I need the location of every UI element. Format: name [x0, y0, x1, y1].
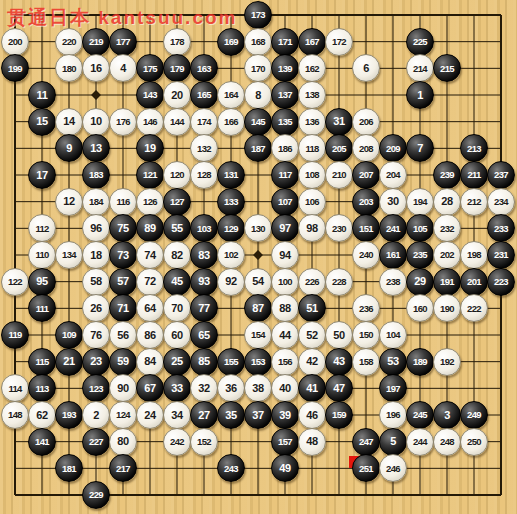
move-number: 107	[278, 197, 292, 207]
move-number: 20	[171, 90, 182, 101]
stone-black-135: 135	[271, 108, 299, 136]
move-number: 129	[224, 224, 238, 234]
stone-white-196: 196	[379, 401, 407, 429]
move-number: 222	[467, 304, 481, 314]
stone-white-178: 178	[163, 28, 191, 56]
move-number: 205	[332, 144, 346, 154]
move-number: 151	[359, 224, 373, 234]
stone-black-85: 85	[190, 348, 218, 376]
move-number: 38	[252, 383, 263, 394]
move-number: 100	[278, 277, 292, 287]
move-number: 239	[440, 170, 454, 180]
stone-black-109: 109	[55, 321, 83, 349]
move-number: 31	[333, 116, 344, 127]
move-number: 223	[494, 277, 508, 287]
stone-black-127: 127	[163, 188, 191, 216]
stone-white-240: 240	[352, 241, 380, 269]
move-number: 208	[359, 144, 373, 154]
stone-white-32: 32	[190, 374, 218, 402]
stone-white-152: 152	[190, 428, 218, 456]
move-number: 207	[359, 170, 373, 180]
stone-black-65: 65	[190, 321, 218, 349]
move-number: 134	[62, 250, 76, 260]
move-number: 57	[117, 276, 128, 287]
stone-white-40: 40	[271, 374, 299, 402]
stone-black-75: 75	[109, 214, 137, 242]
stone-black-157: 157	[271, 428, 299, 456]
move-number: 197	[386, 384, 400, 394]
stone-black-181: 181	[55, 454, 83, 482]
move-number: 209	[386, 144, 400, 154]
move-number: 163	[197, 64, 211, 74]
move-number: 133	[224, 197, 238, 207]
stone-black-213: 213	[460, 134, 488, 162]
move-number: 75	[117, 223, 128, 234]
move-number: 29	[414, 276, 425, 287]
stone-black-15: 15	[28, 108, 56, 136]
stone-white-202: 202	[433, 241, 461, 269]
stone-white-214: 214	[406, 54, 434, 82]
move-number: 168	[251, 37, 265, 47]
move-number: 16	[90, 63, 101, 74]
stone-black-249: 249	[460, 401, 488, 429]
stone-white-48: 48	[298, 428, 326, 456]
move-number: 190	[440, 304, 454, 314]
stone-black-43: 43	[325, 348, 353, 376]
move-number: 227	[89, 437, 103, 447]
move-number: 113	[35, 384, 48, 394]
stone-white-50: 50	[325, 321, 353, 349]
stone-black-7: 7	[406, 134, 434, 162]
move-number: 54	[252, 276, 263, 287]
move-number: 4	[120, 63, 126, 74]
move-number: 150	[359, 330, 373, 340]
move-number: 246	[386, 464, 400, 474]
stone-black-55: 55	[163, 214, 191, 242]
move-number: 241	[386, 224, 400, 234]
go-board[interactable]: 贯通日本 kantsuu.com 17320022021917717816916…	[0, 0, 517, 514]
stone-white-106: 106	[298, 188, 326, 216]
move-number: 49	[279, 463, 290, 474]
move-number: 132	[197, 144, 211, 154]
move-number: 96	[90, 223, 101, 234]
stone-white-122: 122	[1, 268, 29, 296]
stone-white-92: 92	[217, 268, 245, 296]
move-number: 33	[171, 383, 182, 394]
stone-black-167: 167	[298, 28, 326, 56]
stone-black-171: 171	[271, 28, 299, 56]
move-number: 248	[440, 437, 454, 447]
stone-white-124: 124	[109, 401, 137, 429]
stone-black-115: 115	[28, 348, 56, 376]
stone-black-209: 209	[379, 134, 407, 162]
move-number: 172	[332, 37, 346, 47]
stone-white-244: 244	[406, 428, 434, 456]
stone-black-177: 177	[109, 28, 137, 56]
move-number: 120	[170, 170, 184, 180]
stone-black-211: 211	[460, 161, 488, 189]
move-number: 111	[36, 304, 49, 314]
stone-white-246: 246	[379, 454, 407, 482]
move-number: 32	[198, 383, 209, 394]
move-number: 213	[467, 144, 481, 154]
move-number: 40	[279, 383, 290, 394]
stone-white-194: 194	[406, 188, 434, 216]
stone-white-154: 154	[244, 321, 272, 349]
move-number: 153	[251, 357, 265, 367]
move-number: 36	[225, 383, 236, 394]
move-number: 73	[117, 250, 128, 261]
stone-black-17: 17	[28, 161, 56, 189]
stone-black-39: 39	[271, 401, 299, 429]
stone-white-44: 44	[271, 321, 299, 349]
move-number: 92	[225, 276, 236, 287]
stone-black-165: 165	[190, 81, 218, 109]
move-number: 180	[62, 64, 76, 74]
move-number: 231	[494, 250, 508, 260]
stone-white-234: 234	[487, 188, 515, 216]
stone-white-192: 192	[433, 348, 461, 376]
move-number: 192	[440, 357, 454, 367]
move-number: 191	[440, 277, 454, 287]
stone-white-2: 2	[82, 401, 110, 429]
stone-black-41: 41	[298, 374, 326, 402]
move-number: 1	[417, 90, 423, 101]
move-number: 88	[279, 303, 290, 314]
stone-white-230: 230	[325, 214, 353, 242]
move-number: 18	[90, 250, 101, 261]
move-number: 21	[63, 356, 74, 367]
move-number: 226	[305, 277, 319, 287]
stone-black-71: 71	[109, 294, 137, 322]
stone-black-83: 83	[190, 241, 218, 269]
move-number: 112	[35, 224, 48, 234]
move-number: 175	[143, 64, 157, 74]
stone-black-103: 103	[190, 214, 218, 242]
move-number: 173	[251, 10, 265, 20]
move-number: 119	[8, 330, 21, 340]
move-number: 48	[306, 436, 317, 447]
move-number: 94	[279, 250, 290, 261]
move-number: 240	[359, 250, 373, 260]
move-number: 137	[278, 90, 292, 100]
move-number: 159	[332, 410, 346, 420]
stone-black-33: 33	[163, 374, 191, 402]
stone-white-86: 86	[136, 321, 164, 349]
stone-white-220: 220	[55, 28, 83, 56]
stone-black-5: 5	[379, 428, 407, 456]
move-number: 196	[386, 410, 400, 420]
move-number: 251	[359, 464, 373, 474]
stone-black-233: 233	[487, 214, 515, 242]
move-number: 128	[197, 170, 211, 180]
move-number: 170	[251, 64, 265, 74]
stone-black-227: 227	[82, 428, 110, 456]
move-number: 72	[144, 276, 155, 287]
stone-white-112: 112	[28, 214, 56, 242]
move-number: 165	[197, 90, 211, 100]
move-number: 143	[143, 90, 157, 100]
move-number: 59	[117, 356, 128, 367]
move-number: 126	[143, 197, 157, 207]
stone-white-94: 94	[271, 241, 299, 269]
move-number: 8	[255, 90, 261, 101]
move-number: 110	[35, 250, 48, 260]
stone-white-236: 236	[352, 294, 380, 322]
stone-white-52: 52	[298, 321, 326, 349]
move-number: 250	[467, 437, 481, 447]
move-number: 228	[332, 277, 346, 287]
move-number: 131	[224, 170, 238, 180]
move-number: 56	[117, 330, 128, 341]
move-number: 138	[305, 90, 319, 100]
move-number: 13	[90, 143, 101, 154]
stone-white-64: 64	[136, 294, 164, 322]
move-number: 39	[279, 410, 290, 421]
move-number: 245	[413, 410, 427, 420]
stone-black-13: 13	[82, 134, 110, 162]
move-number: 65	[198, 330, 209, 341]
move-number: 189	[413, 357, 427, 367]
stone-black-239: 239	[433, 161, 461, 189]
move-number: 201	[467, 277, 481, 287]
move-number: 122	[8, 277, 22, 287]
move-number: 52	[306, 330, 317, 341]
move-number: 42	[306, 356, 317, 367]
move-number: 155	[224, 357, 238, 367]
move-number: 164	[224, 90, 238, 100]
stone-white-76: 76	[82, 321, 110, 349]
stone-white-14: 14	[55, 108, 83, 136]
stone-black-199: 199	[1, 54, 29, 82]
stone-black-237: 237	[487, 161, 515, 189]
move-number: 135	[278, 117, 292, 127]
move-number: 9	[66, 143, 72, 154]
stone-white-84: 84	[136, 348, 164, 376]
stone-black-191: 191	[433, 268, 461, 296]
stone-white-6: 6	[352, 54, 380, 82]
stone-white-56: 56	[109, 321, 137, 349]
stone-white-174: 174	[190, 108, 218, 136]
stone-white-24: 24	[136, 401, 164, 429]
move-number: 124	[116, 410, 130, 420]
stone-white-138: 138	[298, 81, 326, 109]
move-number: 30	[387, 196, 398, 207]
stone-white-10: 10	[82, 108, 110, 136]
move-number: 179	[170, 64, 184, 74]
stone-black-123: 123	[82, 374, 110, 402]
stone-white-222: 222	[460, 294, 488, 322]
stone-white-162: 162	[298, 54, 326, 82]
move-number: 103	[197, 224, 211, 234]
stone-black-247: 247	[352, 428, 380, 456]
move-number: 104	[386, 330, 400, 340]
stone-black-169: 169	[217, 28, 245, 56]
stone-white-4: 4	[109, 54, 137, 82]
stone-white-190: 190	[433, 294, 461, 322]
move-number: 166	[224, 117, 238, 127]
stone-white-164: 164	[217, 81, 245, 109]
move-number: 121	[143, 170, 157, 180]
stone-black-159: 159	[325, 401, 353, 429]
stone-white-130: 130	[244, 214, 272, 242]
move-number: 184	[89, 197, 103, 207]
move-number: 26	[90, 303, 101, 314]
stone-black-235: 235	[406, 241, 434, 269]
move-number: 3	[444, 410, 450, 421]
stone-white-80: 80	[109, 428, 137, 456]
stone-black-97: 97	[271, 214, 299, 242]
move-number: 5	[390, 436, 396, 447]
move-number: 85	[198, 356, 209, 367]
stone-black-49: 49	[271, 454, 299, 482]
stone-black-77: 77	[190, 294, 218, 322]
stone-white-30: 30	[379, 188, 407, 216]
move-number: 83	[198, 250, 209, 261]
stone-black-35: 35	[217, 401, 245, 429]
stone-white-212: 212	[460, 188, 488, 216]
move-number: 71	[117, 303, 128, 314]
stone-black-111: 111	[28, 294, 56, 322]
stone-white-12: 12	[55, 188, 83, 216]
stone-white-118: 118	[298, 134, 326, 162]
stone-black-133: 133	[217, 188, 245, 216]
stone-white-156: 156	[271, 348, 299, 376]
move-number: 193	[62, 410, 76, 420]
stone-black-19: 19	[136, 134, 164, 162]
stone-white-170: 170	[244, 54, 272, 82]
stone-black-51: 51	[298, 294, 326, 322]
move-number: 41	[306, 383, 317, 394]
move-number: 225	[413, 37, 427, 47]
move-number: 236	[359, 304, 373, 314]
move-number: 144	[170, 117, 184, 127]
move-number: 206	[359, 117, 373, 127]
move-number: 204	[386, 170, 400, 180]
stone-white-198: 198	[460, 241, 488, 269]
stone-black-203: 203	[352, 188, 380, 216]
move-number: 70	[171, 303, 182, 314]
move-number: 152	[197, 437, 211, 447]
stone-white-34: 34	[163, 401, 191, 429]
stone-black-119: 119	[1, 321, 29, 349]
move-number: 47	[333, 383, 344, 394]
stone-black-3: 3	[433, 401, 461, 429]
stone-black-129: 129	[217, 214, 245, 242]
move-number: 194	[413, 197, 427, 207]
stone-black-21: 21	[55, 348, 83, 376]
move-number: 158	[359, 357, 373, 367]
stone-white-126: 126	[136, 188, 164, 216]
move-number: 74	[144, 250, 155, 261]
move-number: 58	[90, 276, 101, 287]
move-number: 76	[90, 330, 101, 341]
move-number: 95	[36, 276, 47, 287]
stone-black-189: 189	[406, 348, 434, 376]
move-number: 247	[359, 437, 373, 447]
stone-white-136: 136	[298, 108, 326, 136]
move-number: 136	[305, 117, 319, 127]
stone-white-18: 18	[82, 241, 110, 269]
stone-black-31: 31	[325, 108, 353, 136]
move-number: 80	[117, 436, 128, 447]
stone-white-148: 148	[1, 401, 29, 429]
stone-black-151: 151	[352, 214, 380, 242]
stone-white-210: 210	[325, 161, 353, 189]
move-number: 10	[90, 116, 101, 127]
move-number: 64	[144, 303, 155, 314]
stone-white-232: 232	[433, 214, 461, 242]
stone-black-27: 27	[190, 401, 218, 429]
move-number: 98	[306, 223, 317, 234]
move-number: 203	[359, 197, 373, 207]
move-number: 117	[278, 170, 291, 180]
move-number: 25	[171, 356, 182, 367]
stone-black-223: 223	[487, 268, 515, 296]
move-number: 60	[171, 330, 182, 341]
stone-black-197: 197	[379, 374, 407, 402]
move-number: 161	[386, 250, 400, 260]
move-number: 169	[224, 37, 238, 47]
stone-white-120: 120	[163, 161, 191, 189]
move-number: 12	[63, 196, 74, 207]
move-number: 84	[144, 356, 155, 367]
move-number: 28	[441, 196, 452, 207]
move-number: 106	[305, 197, 319, 207]
move-number: 237	[494, 170, 508, 180]
move-number: 86	[144, 330, 155, 341]
stone-black-87: 87	[244, 294, 272, 322]
move-number: 62	[36, 410, 47, 421]
move-number: 187	[251, 144, 265, 154]
move-number: 105	[413, 224, 427, 234]
stone-black-205: 205	[325, 134, 353, 162]
stone-white-146: 146	[136, 108, 164, 136]
move-number: 157	[278, 437, 292, 447]
move-number: 34	[171, 410, 182, 421]
stone-black-173: 173	[244, 1, 272, 29]
move-number: 24	[144, 410, 155, 421]
move-number: 82	[171, 250, 182, 261]
stone-black-193: 193	[55, 401, 83, 429]
move-number: 171	[278, 37, 292, 47]
stone-black-93: 93	[190, 268, 218, 296]
move-number: 243	[224, 464, 238, 474]
stone-white-158: 158	[352, 348, 380, 376]
move-number: 215	[440, 64, 454, 74]
move-number: 220	[62, 37, 76, 47]
move-number: 90	[117, 383, 128, 394]
move-number: 146	[143, 117, 157, 127]
move-number: 53	[387, 356, 398, 367]
move-number: 139	[278, 64, 292, 74]
move-number: 6	[363, 63, 369, 74]
stone-white-132: 132	[190, 134, 218, 162]
move-number: 127	[170, 197, 184, 207]
move-number: 162	[305, 64, 319, 74]
stone-black-217: 217	[109, 454, 137, 482]
stone-white-206: 206	[352, 108, 380, 136]
stone-black-143: 143	[136, 81, 164, 109]
stone-black-9: 9	[55, 134, 83, 162]
stone-black-231: 231	[487, 241, 515, 269]
stone-black-145: 145	[244, 108, 272, 136]
move-number: 27	[198, 410, 209, 421]
stone-white-38: 38	[244, 374, 272, 402]
stone-white-134: 134	[55, 241, 83, 269]
stone-black-245: 245	[406, 401, 434, 429]
stone-white-70: 70	[163, 294, 191, 322]
